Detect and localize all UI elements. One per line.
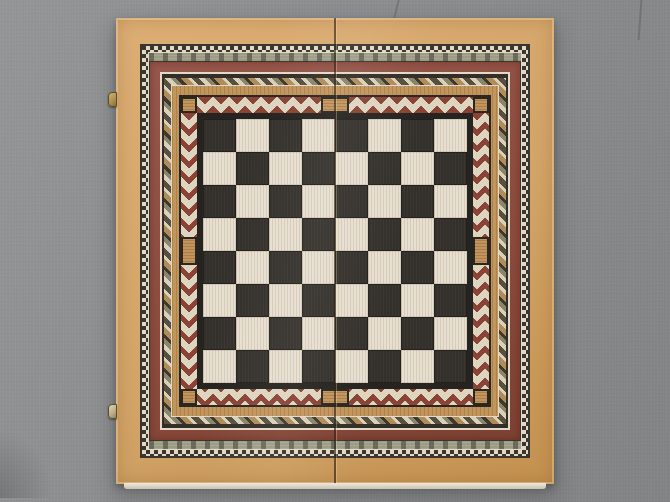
square-e8 xyxy=(335,119,368,152)
square-d1 xyxy=(302,350,335,383)
square-c4 xyxy=(269,251,302,284)
square-e1 xyxy=(335,350,368,383)
square-h5 xyxy=(434,218,467,251)
square-e2 xyxy=(335,317,368,350)
hinge-left-top xyxy=(108,92,117,107)
square-b4 xyxy=(236,251,269,284)
photo-canvas: { "scene": { "description": "Overhead ph… xyxy=(0,0,670,502)
square-d6 xyxy=(302,185,335,218)
checkerboard xyxy=(203,119,467,383)
square-g3 xyxy=(401,284,434,317)
square-f2 xyxy=(368,317,401,350)
square-g7 xyxy=(401,152,434,185)
dark-inlay-line xyxy=(179,95,491,407)
square-c7 xyxy=(269,152,302,185)
square-f6 xyxy=(368,185,401,218)
diamond-band-mid-square xyxy=(321,389,349,405)
square-a5 xyxy=(203,218,236,251)
square-h4 xyxy=(434,251,467,284)
square-f7 xyxy=(368,152,401,185)
square-b7 xyxy=(236,152,269,185)
square-h1 xyxy=(434,350,467,383)
fabric-seam-line xyxy=(393,0,400,18)
square-h3 xyxy=(434,284,467,317)
square-h2 xyxy=(434,317,467,350)
cream-inlay-line xyxy=(171,85,499,417)
fabric-fold-shadow xyxy=(0,428,54,498)
diamond-band-mid-square xyxy=(473,237,489,265)
square-d5 xyxy=(302,218,335,251)
square-b6 xyxy=(236,185,269,218)
square-a3 xyxy=(203,284,236,317)
square-g5 xyxy=(401,218,434,251)
square-f5 xyxy=(368,218,401,251)
multicolor-mosaic-strip xyxy=(164,78,506,424)
square-e5 xyxy=(335,218,368,251)
square-a4 xyxy=(203,251,236,284)
diamond-band-corner xyxy=(473,389,489,405)
dark-band xyxy=(162,74,508,428)
square-f1 xyxy=(368,350,401,383)
olive-band xyxy=(149,53,521,449)
square-e3 xyxy=(335,284,368,317)
square-c5 xyxy=(269,218,302,251)
square-e4 xyxy=(335,251,368,284)
square-h6 xyxy=(434,185,467,218)
board-bottom-edge xyxy=(124,483,546,489)
square-a1 xyxy=(203,350,236,383)
square-c3 xyxy=(269,284,302,317)
square-a7 xyxy=(203,152,236,185)
diamond-band-corner xyxy=(181,97,197,113)
square-a8 xyxy=(203,119,236,152)
square-b2 xyxy=(236,317,269,350)
square-g4 xyxy=(401,251,434,284)
board-black-border xyxy=(197,113,473,389)
square-f3 xyxy=(368,284,401,317)
square-b3 xyxy=(236,284,269,317)
square-e7 xyxy=(335,152,368,185)
diamond-band-corner xyxy=(473,97,489,113)
square-g2 xyxy=(401,317,434,350)
square-c2 xyxy=(269,317,302,350)
dark-inlay-line xyxy=(149,61,521,441)
square-b1 xyxy=(236,350,269,383)
square-d4 xyxy=(302,251,335,284)
checkered-mosaic-strip xyxy=(142,46,528,456)
square-b8 xyxy=(236,119,269,152)
square-g8 xyxy=(401,119,434,152)
square-c6 xyxy=(269,185,302,218)
square-h7 xyxy=(434,152,467,185)
fabric-seam-line xyxy=(638,0,643,40)
square-f8 xyxy=(368,119,401,152)
square-c1 xyxy=(269,350,302,383)
square-c8 xyxy=(269,119,302,152)
square-d3 xyxy=(302,284,335,317)
diamond-band-corner xyxy=(181,389,197,405)
square-h8 xyxy=(434,119,467,152)
square-d2 xyxy=(302,317,335,350)
cream-inlay-line xyxy=(148,52,522,450)
square-e6 xyxy=(335,185,368,218)
square-a6 xyxy=(203,185,236,218)
square-g1 xyxy=(401,350,434,383)
square-a2 xyxy=(203,317,236,350)
square-b5 xyxy=(236,218,269,251)
diamond-band-mid-square xyxy=(181,237,197,265)
diamond-band-mid-square xyxy=(321,97,349,113)
square-d7 xyxy=(302,152,335,185)
hinge-left-bottom xyxy=(108,404,117,419)
square-g6 xyxy=(401,185,434,218)
square-f4 xyxy=(368,251,401,284)
maroon-band xyxy=(150,62,520,440)
wood-grain-band xyxy=(172,86,498,416)
outer-wood-frame xyxy=(116,18,554,484)
diamond-mosaic-band xyxy=(181,97,489,405)
cream-inlay-line xyxy=(160,72,510,430)
chess-board-box xyxy=(116,18,554,484)
dark-inlay-line xyxy=(140,44,530,458)
square-d8 xyxy=(302,119,335,152)
